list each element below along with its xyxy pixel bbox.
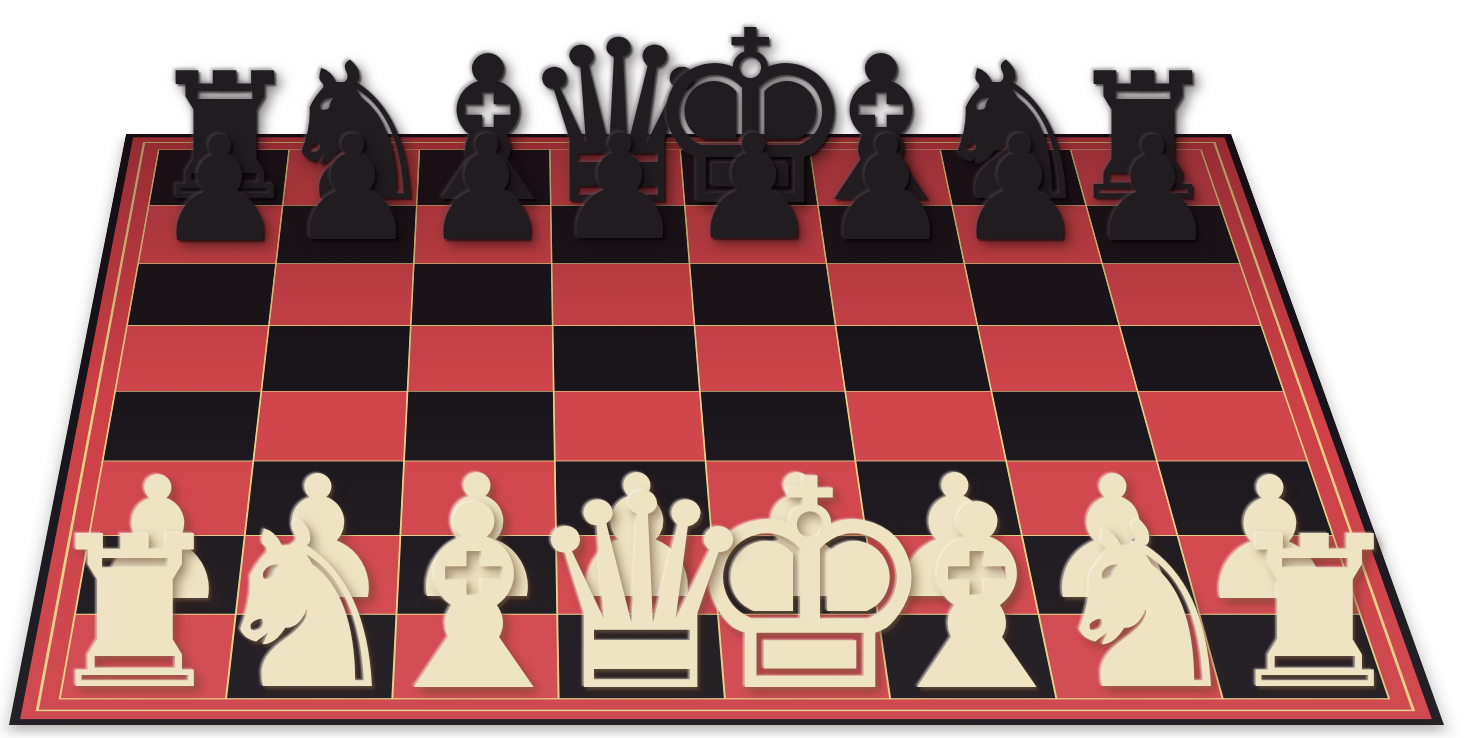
- piece-white-rook-h1[interactable]: ♜: [1221, 509, 1409, 719]
- piece-black-pawn-g7[interactable]: ♟: [955, 116, 1085, 261]
- piece-black-pawn-a7[interactable]: ♟: [155, 117, 285, 262]
- square-f5[interactable]: [837, 326, 991, 391]
- square-h5[interactable]: [1120, 326, 1282, 391]
- piece-black-pawn-h7[interactable]: ♟: [1088, 117, 1218, 262]
- square-d5[interactable]: [553, 326, 698, 391]
- square-e6[interactable]: [690, 264, 835, 325]
- square-g5[interactable]: [979, 326, 1137, 391]
- square-c5[interactable]: [408, 326, 552, 391]
- piece-white-knight-b1[interactable]: ♞: [203, 492, 409, 722]
- square-a5[interactable]: [116, 326, 268, 391]
- piece-white-rook-a1[interactable]: ♜: [41, 509, 229, 719]
- piece-white-knight-g1[interactable]: ♞: [1042, 492, 1248, 722]
- piece-black-pawn-e7[interactable]: ♟: [689, 115, 819, 260]
- photo-stage: ♜♞♝♛♚♝♞♜♟♟♟♟♟♟♟♟♟♟♟♟♟♟♟♟♜♞♝♛♚♝♞♜: [0, 0, 1466, 738]
- piece-black-pawn-d7[interactable]: ♟: [555, 115, 685, 260]
- square-d6[interactable]: [552, 264, 693, 325]
- square-e5[interactable]: [695, 326, 845, 391]
- square-b6[interactable]: [270, 264, 413, 325]
- piece-black-pawn-b7[interactable]: ♟: [288, 116, 418, 261]
- square-b5[interactable]: [262, 326, 410, 391]
- piece-white-queen-d1[interactable]: ♛: [521, 459, 763, 729]
- square-f6[interactable]: [828, 264, 977, 325]
- piece-black-pawn-c7[interactable]: ♟: [422, 116, 552, 261]
- piece-black-pawn-f7[interactable]: ♟: [822, 116, 952, 261]
- square-c6[interactable]: [411, 264, 551, 325]
